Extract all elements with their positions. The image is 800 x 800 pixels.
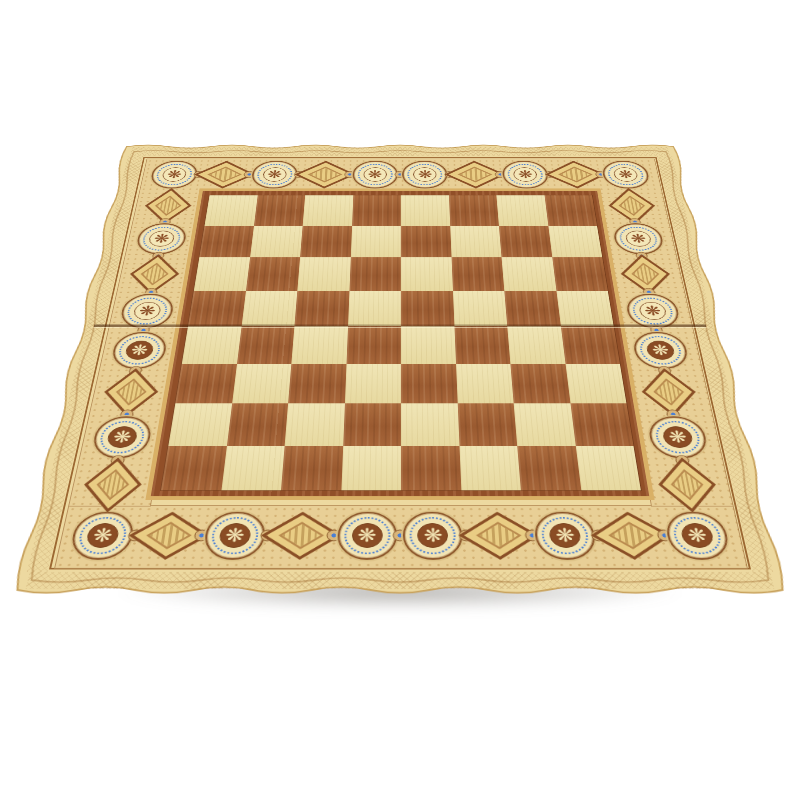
flower-icon: ❋: [549, 523, 582, 548]
square-h3: [565, 364, 626, 404]
square-e2: [401, 403, 459, 445]
square-c7: [300, 226, 352, 258]
crosshatch-band-top: [130, 147, 670, 156]
flower-icon: ❋: [625, 231, 653, 247]
square-c6: [297, 257, 350, 291]
flower-icon: ❋: [218, 523, 251, 548]
fold-seam-highlight: [94, 327, 707, 328]
square-g8: [496, 195, 548, 225]
square-h2: [570, 403, 633, 445]
square-g3: [510, 364, 570, 404]
square-f8: [449, 195, 499, 225]
square-e3: [401, 364, 457, 404]
flower-icon: ❋: [645, 341, 676, 360]
diamond-ornament: [657, 460, 719, 509]
flower-icon: ❋: [613, 167, 639, 181]
square-g2: [514, 403, 576, 445]
square-e1: [401, 446, 461, 491]
square-d7: [350, 226, 400, 258]
square-c3: [288, 364, 346, 404]
square-g4: [507, 326, 565, 363]
rosette-ornament: ❋: [352, 161, 398, 189]
square-e5: [401, 291, 454, 326]
flower-icon: ❋: [418, 523, 449, 548]
flower-icon: ❋: [680, 523, 716, 548]
square-b3: [232, 364, 292, 404]
square-a3: [175, 364, 236, 404]
flower-icon: ❋: [661, 426, 694, 448]
square-c4: [291, 326, 347, 363]
diamond-ornament: [82, 460, 144, 509]
flower-icon: ❋: [106, 426, 139, 448]
flower-icon: ❋: [638, 302, 668, 320]
square-h4: [560, 326, 619, 363]
square-f3: [456, 364, 514, 404]
product-photo: ❋❋❋❋❋❋❋❋❋❋❋❋❋❋❋❋❋❋❋❋: [0, 0, 800, 800]
diamond-ornament: [641, 371, 698, 414]
square-e6: [401, 257, 453, 291]
square-b1: [221, 446, 285, 491]
square-a7: [199, 226, 253, 258]
square-d4: [346, 326, 401, 363]
diamond-ornament: [620, 256, 671, 292]
flower-icon: ❋: [148, 231, 176, 247]
diamond-ornament: [608, 190, 656, 222]
square-d8: [352, 195, 401, 225]
square-d3: [344, 364, 400, 404]
square-d5: [348, 291, 401, 326]
rosette-ornament: ❋: [336, 512, 397, 560]
square-g6: [502, 257, 557, 291]
square-g7: [499, 226, 552, 258]
square-b8: [254, 195, 306, 225]
crosshatch-band-bottom: [26, 572, 775, 589]
square-c8: [303, 195, 353, 225]
square-a8: [205, 195, 258, 225]
flower-icon: ❋: [132, 302, 162, 320]
square-e7: [401, 226, 451, 258]
square-d6: [349, 257, 401, 291]
flower-icon: ❋: [351, 523, 382, 548]
rosette-ornament: ❋: [402, 161, 448, 189]
flower-icon: ❋: [363, 167, 387, 181]
board-grid: [160, 195, 642, 491]
square-b7: [250, 226, 303, 258]
square-d2: [343, 403, 401, 445]
square-f6: [451, 257, 504, 291]
square-h8: [544, 195, 597, 225]
square-h7: [548, 226, 602, 258]
square-h1: [575, 446, 641, 491]
diamond-ornament: [102, 371, 159, 414]
square-c1: [281, 446, 343, 491]
square-e8: [401, 195, 450, 225]
flower-icon: ❋: [124, 341, 155, 360]
flower-icon: ❋: [161, 167, 187, 181]
square-e4: [401, 326, 456, 363]
flower-icon: ❋: [85, 523, 121, 548]
square-c5: [294, 291, 349, 326]
square-b6: [246, 257, 300, 291]
square-b5: [241, 291, 297, 326]
diamond-ornament: [129, 256, 180, 292]
flower-icon: ❋: [413, 167, 437, 181]
square-f5: [453, 291, 508, 326]
square-c2: [285, 403, 345, 445]
square-h6: [552, 257, 608, 291]
square-h5: [556, 291, 614, 326]
square-b4: [237, 326, 295, 363]
diamond-ornament: [144, 190, 192, 222]
chess-board: ❋❋❋❋❋❋❋❋❋❋❋❋❋❋❋❋❋❋❋❋: [7, 142, 793, 600]
flower-icon: ❋: [262, 167, 287, 181]
square-a5: [188, 291, 246, 326]
square-a6: [194, 257, 250, 291]
flower-icon: ❋: [513, 167, 538, 181]
square-f1: [459, 446, 521, 491]
square-b2: [227, 403, 289, 445]
square-g1: [517, 446, 581, 491]
square-f2: [457, 403, 517, 445]
square-f4: [454, 326, 510, 363]
square-a4: [182, 326, 241, 363]
square-a2: [168, 403, 231, 445]
square-f7: [450, 226, 502, 258]
square-d1: [341, 446, 401, 491]
square-a1: [161, 446, 226, 491]
square-g5: [504, 291, 560, 326]
